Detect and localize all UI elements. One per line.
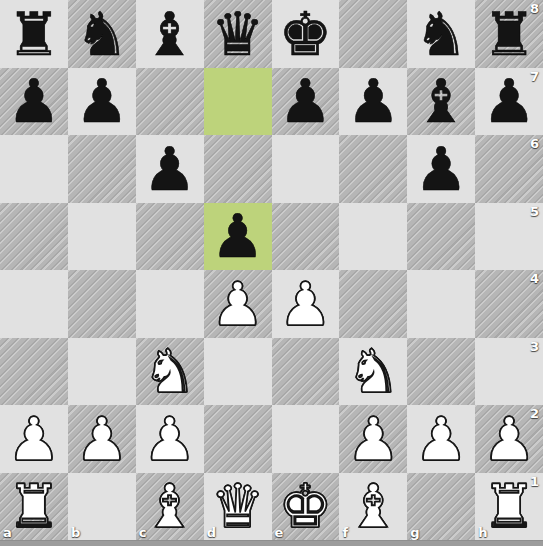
square-f8[interactable] bbox=[339, 0, 407, 68]
square-b7[interactable]: ♟ bbox=[68, 68, 136, 136]
square-d1[interactable]: ♛d bbox=[204, 473, 272, 541]
square-d8[interactable]: ♛ bbox=[204, 0, 272, 68]
square-a7[interactable]: ♟ bbox=[0, 68, 68, 136]
white-bishop[interactable]: ♝ bbox=[136, 473, 204, 541]
square-e8[interactable]: ♚ bbox=[272, 0, 340, 68]
square-c2[interactable]: ♟ bbox=[136, 405, 204, 473]
square-e4[interactable]: ♟ bbox=[272, 270, 340, 338]
white-pawn[interactable]: ♟ bbox=[0, 405, 68, 473]
square-a2[interactable]: ♟ bbox=[0, 405, 68, 473]
white-knight[interactable]: ♞ bbox=[136, 338, 204, 406]
black-pawn[interactable]: ♟ bbox=[136, 135, 204, 203]
black-rook[interactable]: ♜ bbox=[0, 0, 68, 68]
white-pawn[interactable]: ♟ bbox=[475, 405, 543, 473]
square-d5[interactable]: ♟ bbox=[204, 203, 272, 271]
square-g8[interactable]: ♞ bbox=[407, 0, 475, 68]
square-f7[interactable]: ♟ bbox=[339, 68, 407, 136]
square-f6[interactable] bbox=[339, 135, 407, 203]
black-pawn[interactable]: ♟ bbox=[204, 203, 272, 271]
square-e5[interactable] bbox=[272, 203, 340, 271]
square-b3[interactable] bbox=[68, 338, 136, 406]
square-b2[interactable]: ♟ bbox=[68, 405, 136, 473]
file-label-g: g bbox=[410, 525, 419, 540]
square-h5[interactable]: 5 bbox=[475, 203, 543, 271]
square-f1[interactable]: ♝f bbox=[339, 473, 407, 541]
white-pawn[interactable]: ♟ bbox=[68, 405, 136, 473]
square-h7[interactable]: ♟7 bbox=[475, 68, 543, 136]
square-g2[interactable]: ♟ bbox=[407, 405, 475, 473]
square-c5[interactable] bbox=[136, 203, 204, 271]
square-g4[interactable] bbox=[407, 270, 475, 338]
square-d7[interactable] bbox=[204, 68, 272, 136]
board: ♜♞♝♛♚♞♜8♟♟♟♟♝♟7♟♟6♟5♟♟4♞♞3♟♟♟♟♟♟2♜ab♝c♛d… bbox=[0, 0, 543, 540]
black-rook[interactable]: ♜ bbox=[475, 0, 543, 68]
square-g1[interactable]: g bbox=[407, 473, 475, 541]
white-pawn[interactable]: ♟ bbox=[272, 270, 340, 338]
square-a4[interactable] bbox=[0, 270, 68, 338]
rank-label-3: 3 bbox=[530, 339, 539, 354]
square-g6[interactable]: ♟ bbox=[407, 135, 475, 203]
square-d4[interactable]: ♟ bbox=[204, 270, 272, 338]
square-b4[interactable] bbox=[68, 270, 136, 338]
black-bishop[interactable]: ♝ bbox=[407, 68, 475, 136]
square-f5[interactable] bbox=[339, 203, 407, 271]
square-c7[interactable] bbox=[136, 68, 204, 136]
square-f3[interactable]: ♞ bbox=[339, 338, 407, 406]
rank-label-4: 4 bbox=[530, 271, 539, 286]
white-knight[interactable]: ♞ bbox=[339, 338, 407, 406]
black-pawn[interactable]: ♟ bbox=[339, 68, 407, 136]
white-rook[interactable]: ♜ bbox=[475, 473, 543, 541]
black-pawn[interactable]: ♟ bbox=[68, 68, 136, 136]
square-e2[interactable] bbox=[272, 405, 340, 473]
square-a3[interactable] bbox=[0, 338, 68, 406]
black-knight[interactable]: ♞ bbox=[68, 0, 136, 68]
square-g7[interactable]: ♝ bbox=[407, 68, 475, 136]
white-queen[interactable]: ♛ bbox=[204, 473, 272, 541]
square-e7[interactable]: ♟ bbox=[272, 68, 340, 136]
square-f4[interactable] bbox=[339, 270, 407, 338]
white-pawn[interactable]: ♟ bbox=[407, 405, 475, 473]
square-b5[interactable] bbox=[68, 203, 136, 271]
square-f2[interactable]: ♟ bbox=[339, 405, 407, 473]
square-h4[interactable]: 4 bbox=[475, 270, 543, 338]
rank-label-6: 6 bbox=[530, 136, 539, 151]
white-pawn[interactable]: ♟ bbox=[339, 405, 407, 473]
square-c8[interactable]: ♝ bbox=[136, 0, 204, 68]
square-a6[interactable] bbox=[0, 135, 68, 203]
black-king[interactable]: ♚ bbox=[272, 0, 340, 68]
white-rook[interactable]: ♜ bbox=[0, 473, 68, 541]
square-c4[interactable] bbox=[136, 270, 204, 338]
square-h8[interactable]: ♜8 bbox=[475, 0, 543, 68]
square-a1[interactable]: ♜a bbox=[0, 473, 68, 541]
square-h1[interactable]: ♜1h bbox=[475, 473, 543, 541]
white-pawn[interactable]: ♟ bbox=[136, 405, 204, 473]
black-pawn[interactable]: ♟ bbox=[407, 135, 475, 203]
square-b8[interactable]: ♞ bbox=[68, 0, 136, 68]
square-c1[interactable]: ♝c bbox=[136, 473, 204, 541]
square-e1[interactable]: ♚e bbox=[272, 473, 340, 541]
black-queen[interactable]: ♛ bbox=[204, 0, 272, 68]
rank-label-5: 5 bbox=[530, 204, 539, 219]
white-king[interactable]: ♚ bbox=[272, 473, 340, 541]
black-pawn[interactable]: ♟ bbox=[272, 68, 340, 136]
black-bishop[interactable]: ♝ bbox=[136, 0, 204, 68]
square-b6[interactable] bbox=[68, 135, 136, 203]
square-g3[interactable] bbox=[407, 338, 475, 406]
square-g5[interactable] bbox=[407, 203, 475, 271]
square-h6[interactable]: 6 bbox=[475, 135, 543, 203]
black-pawn[interactable]: ♟ bbox=[0, 68, 68, 136]
square-h2[interactable]: ♟2 bbox=[475, 405, 543, 473]
square-d2[interactable] bbox=[204, 405, 272, 473]
square-h3[interactable]: 3 bbox=[475, 338, 543, 406]
square-d3[interactable] bbox=[204, 338, 272, 406]
board-bottom-edge bbox=[0, 540, 543, 546]
square-e3[interactable] bbox=[272, 338, 340, 406]
square-c3[interactable]: ♞ bbox=[136, 338, 204, 406]
white-bishop[interactable]: ♝ bbox=[339, 473, 407, 541]
chess-app: ♜♞♝♛♚♞♜8♟♟♟♟♝♟7♟♟6♟5♟♟4♞♞3♟♟♟♟♟♟2♜ab♝c♛d… bbox=[0, 0, 543, 546]
square-a5[interactable] bbox=[0, 203, 68, 271]
square-d6[interactable] bbox=[204, 135, 272, 203]
square-c6[interactable]: ♟ bbox=[136, 135, 204, 203]
black-knight[interactable]: ♞ bbox=[407, 0, 475, 68]
black-pawn[interactable]: ♟ bbox=[475, 68, 543, 136]
file-label-b: b bbox=[71, 525, 80, 540]
square-a8[interactable]: ♜ bbox=[0, 0, 68, 68]
square-b1[interactable]: b bbox=[68, 473, 136, 541]
white-pawn[interactable]: ♟ bbox=[204, 270, 272, 338]
square-e6[interactable] bbox=[272, 135, 340, 203]
